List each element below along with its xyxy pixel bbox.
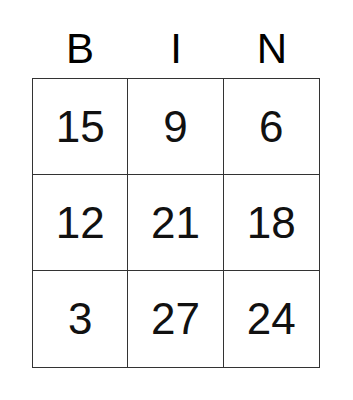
bingo-cell-r2c1[interactable]: 12 (33, 175, 128, 271)
cell-number: 21 (151, 201, 200, 245)
bingo-cell-r3c3[interactable]: 24 (224, 271, 319, 367)
bingo-cell-r2c3[interactable]: 18 (224, 175, 319, 271)
column-letter-b: B (32, 28, 128, 70)
cell-number: 12 (56, 201, 105, 245)
bingo-cell-r1c2[interactable]: 9 (128, 79, 223, 175)
bingo-cell-r3c1[interactable]: 3 (33, 271, 128, 367)
bingo-column-headers: B I N (32, 20, 320, 78)
column-letter-n: N (224, 28, 320, 70)
bingo-cell-r1c3[interactable]: 6 (224, 79, 319, 175)
bingo-cell-r3c2[interactable]: 27 (128, 271, 223, 367)
bingo-grid: 15 9 6 12 21 18 3 27 24 (32, 78, 320, 368)
bingo-cell-r2c2[interactable]: 21 (128, 175, 223, 271)
cell-number: 24 (247, 297, 296, 341)
bingo-card: B I N 15 9 6 12 21 18 3 27 24 (0, 0, 353, 400)
cell-number: 3 (68, 297, 92, 341)
cell-number: 6 (259, 105, 283, 149)
column-letter-i: I (128, 28, 224, 70)
cell-number: 18 (247, 201, 296, 245)
cell-number: 27 (151, 297, 200, 341)
cell-number: 15 (56, 105, 105, 149)
bingo-cell-r1c1[interactable]: 15 (33, 79, 128, 175)
cell-number: 9 (163, 105, 187, 149)
